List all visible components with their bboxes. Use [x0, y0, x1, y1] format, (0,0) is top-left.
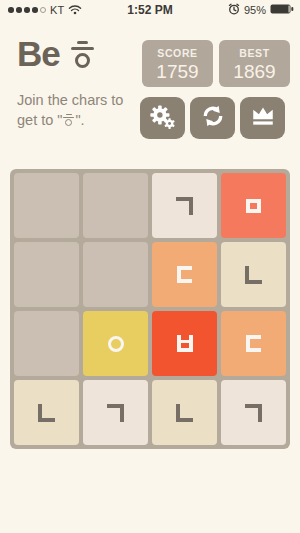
leaderboard-button[interactable]	[240, 97, 285, 139]
tile-r1c4-m	[221, 173, 286, 238]
jamo-b-glyph	[177, 335, 193, 352]
empty-cell-r1c2	[83, 173, 148, 238]
score-box: SCORE 1759	[142, 40, 213, 87]
tile-r4c1-n	[14, 380, 79, 445]
jamo-n-glyph	[245, 266, 262, 284]
settings-button[interactable]	[140, 97, 185, 139]
page-title: Be	[17, 34, 94, 74]
tile-r4c2-g	[83, 380, 148, 445]
best-box: BEST 1869	[219, 40, 290, 87]
subtitle-line2: get to " ".	[17, 110, 123, 130]
jamo-n-glyph	[38, 404, 55, 422]
tile-r4c3-n	[152, 380, 217, 445]
jamo-ng-glyph	[108, 336, 124, 352]
tile-r3c2-ng	[83, 311, 148, 376]
tile-r3c3-b	[152, 311, 217, 376]
jamo-g-glyph	[176, 197, 193, 215]
jamo-d-glyph	[246, 335, 261, 352]
tile-r1c3-g	[152, 173, 217, 238]
app-screen: KT 1:52 PM	[0, 0, 300, 533]
restart-button[interactable]	[190, 97, 235, 139]
jamo-d-glyph	[177, 266, 192, 283]
jamo-n-glyph	[176, 404, 193, 422]
subtitle: Join the chars to get to " ".	[17, 90, 123, 130]
battery-icon	[270, 1, 294, 19]
jamo-m-glyph	[246, 199, 261, 213]
hieut-char-small-icon	[63, 114, 74, 127]
refresh-icon	[200, 103, 226, 133]
status-bar: KT 1:52 PM	[0, 0, 300, 20]
subtitle-line1: Join the chars to	[17, 90, 123, 110]
best-label: BEST	[219, 47, 290, 59]
best-value: 1869	[219, 61, 290, 83]
empty-cell-r3c1	[14, 311, 79, 376]
empty-cell-r2c1	[14, 242, 79, 307]
empty-cell-r2c2	[83, 242, 148, 307]
score-value: 1759	[142, 61, 213, 83]
tile-r2c3-d	[152, 242, 217, 307]
jamo-g-glyph	[107, 404, 124, 422]
hieut-char-icon	[71, 41, 94, 68]
title-word: Be	[17, 34, 60, 74]
battery-percent-label: 95%	[244, 4, 266, 16]
empty-cell-r1c1	[14, 173, 79, 238]
status-right: 95%	[228, 0, 294, 20]
tile-r2c4-n	[221, 242, 286, 307]
tile-r4c4-g	[221, 380, 286, 445]
gears-icon	[149, 104, 176, 133]
score-label: SCORE	[142, 47, 213, 59]
tile-r3c4-d	[221, 311, 286, 376]
crown-icon	[250, 105, 276, 131]
jamo-g-glyph	[245, 404, 262, 422]
alarm-clock-icon	[228, 1, 240, 19]
game-board[interactable]	[10, 169, 290, 449]
